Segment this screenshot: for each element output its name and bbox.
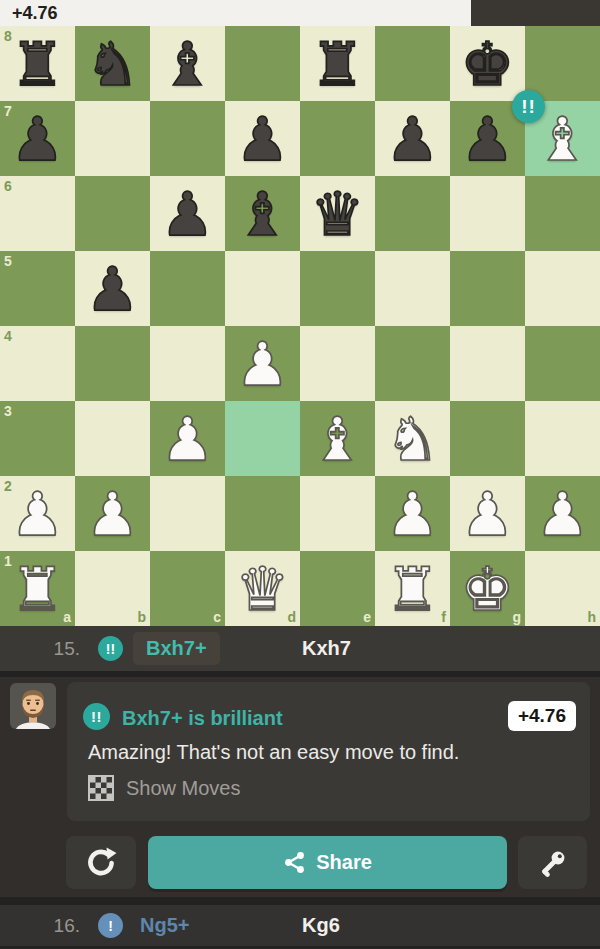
brilliant-move-icon: !!	[512, 90, 545, 123]
divider	[0, 897, 600, 905]
board-icon	[88, 775, 114, 801]
black-rook-e8[interactable]: ♜	[300, 26, 375, 101]
share-label: Share	[316, 851, 372, 874]
retry-button[interactable]	[66, 836, 136, 889]
rank-label-3: 3	[4, 403, 12, 419]
square-a3[interactable]: 3	[0, 401, 75, 476]
white-pawn-b2[interactable]: ♟	[75, 476, 150, 551]
retry-icon	[85, 847, 117, 879]
square-g3[interactable]	[450, 401, 525, 476]
square-f4[interactable]	[375, 326, 450, 401]
show-moves-button[interactable]: Show Moves	[88, 775, 241, 801]
white-pawn-c3[interactable]: ♟	[150, 401, 225, 476]
black-king-g8[interactable]: ♚	[450, 26, 525, 101]
file-label-e: e	[363, 609, 371, 625]
square-b7[interactable]	[75, 101, 150, 176]
square-h5[interactable]	[525, 251, 600, 326]
square-b6[interactable]	[75, 176, 150, 251]
white-king-g1[interactable]: ♚	[450, 551, 525, 626]
chess-board[interactable]: 8♜♞♝♜♚7♟♟♟♟♝6♟♝♛5♟4♟3♟♝♞2♟♟♟♟♟1a♜bcd♛ef♜…	[0, 26, 600, 626]
white-pawn-f2[interactable]: ♟	[375, 476, 450, 551]
file-label-b: b	[137, 609, 146, 625]
square-d2[interactable]	[225, 476, 300, 551]
square-f5[interactable]	[375, 251, 450, 326]
square-f6[interactable]	[375, 176, 450, 251]
square-c2[interactable]	[150, 476, 225, 551]
analysis-comment: Amazing! That's not an easy move to find…	[88, 741, 459, 764]
square-f2[interactable]: ♟	[375, 476, 450, 551]
white-pawn-d4[interactable]: ♟	[225, 326, 300, 401]
square-e4[interactable]	[300, 326, 375, 401]
square-e5[interactable]	[300, 251, 375, 326]
evaluation-score: +4.76	[12, 0, 58, 27]
black-pawn-c6[interactable]: ♟	[150, 176, 225, 251]
file-label-c: c	[213, 609, 221, 625]
square-a7[interactable]: 7♟	[0, 101, 75, 176]
square-c6[interactable]: ♟	[150, 176, 225, 251]
white-rook-a1[interactable]: ♜	[0, 551, 75, 626]
black-bishop-c8[interactable]: ♝	[150, 26, 225, 101]
square-a5[interactable]: 5	[0, 251, 75, 326]
square-b5[interactable]: ♟	[75, 251, 150, 326]
square-d6[interactable]: ♝	[225, 176, 300, 251]
square-c7[interactable]	[150, 101, 225, 176]
white-rook-f1[interactable]: ♜	[375, 551, 450, 626]
eval-badge: +4.76	[508, 701, 576, 731]
white-knight-f3[interactable]: ♞	[375, 401, 450, 476]
share-button[interactable]: Share	[148, 836, 507, 889]
square-f7[interactable]: ♟	[375, 101, 450, 176]
rank-label-4: 4	[4, 328, 12, 344]
square-g2[interactable]: ♟	[450, 476, 525, 551]
white-pawn-a2[interactable]: ♟	[0, 476, 75, 551]
square-d8[interactable]	[225, 26, 300, 101]
square-e8[interactable]: ♜	[300, 26, 375, 101]
square-e3[interactable]: ♝	[300, 401, 375, 476]
square-b8[interactable]: ♞	[75, 26, 150, 101]
black-pawn-b5[interactable]: ♟	[75, 251, 150, 326]
rank-label-5: 5	[4, 253, 12, 269]
evaluation-bar[interactable]: +4.76	[0, 0, 600, 26]
key-icon	[538, 848, 568, 878]
square-b3[interactable]	[75, 401, 150, 476]
black-pawn-d7[interactable]: ♟	[225, 101, 300, 176]
coach-avatar	[10, 683, 56, 729]
black-rook-a8[interactable]: ♜	[0, 26, 75, 101]
move-number: 15.	[52, 638, 80, 660]
analysis-title: Bxh7+ is brilliant	[122, 707, 283, 730]
square-d5[interactable]	[225, 251, 300, 326]
square-g4[interactable]	[450, 326, 525, 401]
square-a6[interactable]: 6	[0, 176, 75, 251]
square-g5[interactable]	[450, 251, 525, 326]
square-g6[interactable]	[450, 176, 525, 251]
square-f3[interactable]: ♞	[375, 401, 450, 476]
white-move-selected[interactable]: Bxh7+	[133, 632, 220, 665]
square-d3[interactable]	[225, 401, 300, 476]
square-b1[interactable]: b	[75, 551, 150, 626]
analysis-card: !! Bxh7+ is brilliant +4.76 Amazing! Tha…	[67, 682, 590, 821]
black-move[interactable]: Kg6	[302, 914, 340, 937]
share-icon	[283, 851, 306, 874]
square-a8[interactable]: 8♜	[0, 26, 75, 101]
square-b4[interactable]	[75, 326, 150, 401]
square-c3[interactable]: ♟	[150, 401, 225, 476]
square-h2[interactable]: ♟	[525, 476, 600, 551]
chess-analysis-app: +4.76 8♜♞♝♜♚7♟♟♟♟♝6♟♝♛5♟4♟3♟♝♞2♟♟♟♟♟1a♜b…	[0, 0, 600, 949]
square-h4[interactable]	[525, 326, 600, 401]
square-d1[interactable]: d♛	[225, 551, 300, 626]
square-d4[interactable]: ♟	[225, 326, 300, 401]
divider	[0, 671, 600, 677]
square-e2[interactable]	[300, 476, 375, 551]
black-queen-e6[interactable]: ♛	[300, 176, 375, 251]
square-c8[interactable]: ♝	[150, 26, 225, 101]
square-a2[interactable]: 2♟	[0, 476, 75, 551]
square-e7[interactable]	[300, 101, 375, 176]
square-f8[interactable]	[375, 26, 450, 101]
square-a4[interactable]: 4	[0, 326, 75, 401]
square-h3[interactable]	[525, 401, 600, 476]
black-bishop-d6[interactable]: ♝	[225, 176, 300, 251]
white-bishop-e3[interactable]: ♝	[300, 401, 375, 476]
black-move[interactable]: Kxh7	[302, 637, 351, 660]
black-pawn-a7[interactable]: ♟	[0, 101, 75, 176]
square-h8[interactable]	[525, 26, 600, 101]
square-h6[interactable]	[525, 176, 600, 251]
show-moves-label: Show Moves	[126, 777, 241, 800]
brilliant-badge-icon: !!	[83, 703, 110, 730]
square-h1[interactable]: h	[525, 551, 600, 626]
key-button[interactable]	[518, 836, 587, 889]
square-e1[interactable]: e	[300, 551, 375, 626]
brilliant-badge-icon: !!	[98, 636, 123, 661]
square-f1[interactable]: f♜	[375, 551, 450, 626]
black-pawn-f7[interactable]: ♟	[375, 101, 450, 176]
square-c1[interactable]: c	[150, 551, 225, 626]
square-g1[interactable]: g♚	[450, 551, 525, 626]
white-queen-d1[interactable]: ♛	[225, 551, 300, 626]
white-pawn-g2[interactable]: ♟	[450, 476, 525, 551]
file-label-h: h	[587, 609, 596, 625]
white-pawn-h2[interactable]: ♟	[525, 476, 600, 551]
square-e6[interactable]: ♛	[300, 176, 375, 251]
evaluation-bar-white-portion	[0, 0, 471, 26]
square-d7[interactable]: ♟	[225, 101, 300, 176]
square-g8[interactable]: ♚	[450, 26, 525, 101]
square-b2[interactable]: ♟	[75, 476, 150, 551]
move-number: 16.	[52, 915, 80, 937]
square-c5[interactable]	[150, 251, 225, 326]
rank-label-6: 6	[4, 178, 12, 194]
move-row-16: 16. ! Ng5+ Kg6	[0, 905, 600, 946]
square-a1[interactable]: 1a♜	[0, 551, 75, 626]
move-row-15: 15. !! Bxh7+ Kxh7	[0, 626, 600, 671]
square-c4[interactable]	[150, 326, 225, 401]
black-knight-b8[interactable]: ♞	[75, 26, 150, 101]
white-move[interactable]: Ng5+	[140, 914, 189, 937]
great-move-badge-icon: !	[98, 913, 123, 938]
